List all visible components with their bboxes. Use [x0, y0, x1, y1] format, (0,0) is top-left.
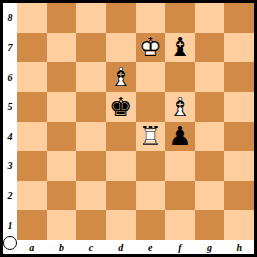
square-f4[interactable]: ♟ [165, 122, 195, 152]
square-e3[interactable] [136, 151, 166, 181]
rank-label-6: 6 [3, 62, 17, 92]
square-d4[interactable] [106, 122, 136, 152]
square-b6[interactable] [47, 62, 77, 92]
square-c8[interactable] [76, 3, 106, 33]
piece-glyph: ♝ [168, 34, 191, 60]
piece-glyph: ♚ [109, 94, 132, 120]
square-d8[interactable] [106, 3, 136, 33]
piece-white-king[interactable]: ♚♔ [136, 33, 166, 63]
square-d2[interactable] [106, 181, 136, 211]
square-h1[interactable] [224, 210, 254, 240]
square-b3[interactable] [47, 151, 77, 181]
square-h8[interactable] [224, 3, 254, 33]
square-g7[interactable] [195, 33, 225, 63]
square-f7[interactable]: ♝ [165, 33, 195, 63]
square-c5[interactable] [76, 92, 106, 122]
square-f5[interactable]: ♝♗ [165, 92, 195, 122]
square-c7[interactable] [76, 33, 106, 63]
white-to-move-indicator [3, 236, 17, 250]
piece-outline-layer: ♖ [139, 123, 162, 149]
square-e5[interactable] [136, 92, 166, 122]
square-d3[interactable] [106, 151, 136, 181]
square-f3[interactable] [165, 151, 195, 181]
file-label-b: b [47, 240, 77, 254]
file-label-f: f [165, 240, 195, 254]
chess-board[interactable]: ♚♔♝♝♗♚♝♗♜♖♟ [17, 3, 254, 240]
square-c2[interactable] [76, 181, 106, 211]
square-g2[interactable] [195, 181, 225, 211]
square-e8[interactable] [136, 3, 166, 33]
square-b4[interactable] [47, 122, 77, 152]
square-e1[interactable] [136, 210, 166, 240]
piece-outline-layer: ♗ [168, 94, 191, 120]
rank-label-4: 4 [3, 122, 17, 152]
piece-glyph: ♟ [168, 123, 191, 149]
square-c4[interactable] [76, 122, 106, 152]
square-f6[interactable] [165, 62, 195, 92]
square-h7[interactable] [224, 33, 254, 63]
file-label-e: e [136, 240, 166, 254]
square-a3[interactable] [17, 151, 47, 181]
square-g8[interactable] [195, 3, 225, 33]
file-label-g: g [195, 240, 225, 254]
file-label-c: c [76, 240, 106, 254]
rank-labels: 87654321 [3, 3, 17, 240]
rank-label-7: 7 [3, 33, 17, 63]
piece-outline-layer: ♗ [109, 64, 132, 90]
square-f8[interactable] [165, 3, 195, 33]
piece-white-bishop[interactable]: ♝♗ [165, 92, 195, 122]
square-d7[interactable] [106, 33, 136, 63]
square-e4[interactable]: ♜♖ [136, 122, 166, 152]
square-d1[interactable] [106, 210, 136, 240]
square-h2[interactable] [224, 181, 254, 211]
rank-label-2: 2 [3, 181, 17, 211]
square-h4[interactable] [224, 122, 254, 152]
square-b1[interactable] [47, 210, 77, 240]
square-b5[interactable] [47, 92, 77, 122]
piece-white-bishop[interactable]: ♝♗ [106, 62, 136, 92]
square-a1[interactable] [17, 210, 47, 240]
square-d6[interactable]: ♝♗ [106, 62, 136, 92]
square-c6[interactable] [76, 62, 106, 92]
square-g1[interactable] [195, 210, 225, 240]
square-g4[interactable] [195, 122, 225, 152]
square-e6[interactable] [136, 62, 166, 92]
square-a4[interactable] [17, 122, 47, 152]
piece-black-king[interactable]: ♚ [106, 92, 136, 122]
square-d5[interactable]: ♚ [106, 92, 136, 122]
rank-label-8: 8 [3, 3, 17, 33]
square-h5[interactable] [224, 92, 254, 122]
file-label-d: d [106, 240, 136, 254]
square-e7[interactable]: ♚♔ [136, 33, 166, 63]
square-g6[interactable] [195, 62, 225, 92]
square-b7[interactable] [47, 33, 77, 63]
square-e2[interactable] [136, 181, 166, 211]
square-b8[interactable] [47, 3, 77, 33]
rank-label-5: 5 [3, 92, 17, 122]
rank-label-3: 3 [3, 151, 17, 181]
square-c3[interactable] [76, 151, 106, 181]
square-g3[interactable] [195, 151, 225, 181]
file-label-a: a [17, 240, 47, 254]
square-a5[interactable] [17, 92, 47, 122]
piece-white-rook[interactable]: ♜♖ [136, 122, 166, 152]
square-a7[interactable] [17, 33, 47, 63]
square-a2[interactable] [17, 181, 47, 211]
piece-outline-layer: ♔ [139, 34, 162, 60]
file-labels: abcdefgh [17, 240, 254, 254]
chess-diagram: 87654321 ♚♔♝♝♗♚♝♗♜♖♟ abcdefgh [0, 0, 257, 257]
square-a8[interactable] [17, 3, 47, 33]
file-label-h: h [224, 240, 254, 254]
square-c1[interactable] [76, 210, 106, 240]
square-a6[interactable] [17, 62, 47, 92]
piece-black-bishop[interactable]: ♝ [165, 33, 195, 63]
square-b2[interactable] [47, 181, 77, 211]
square-f1[interactable] [165, 210, 195, 240]
square-g5[interactable] [195, 92, 225, 122]
piece-black-pawn[interactable]: ♟ [165, 122, 195, 152]
square-h6[interactable] [224, 62, 254, 92]
square-h3[interactable] [224, 151, 254, 181]
square-f2[interactable] [165, 181, 195, 211]
